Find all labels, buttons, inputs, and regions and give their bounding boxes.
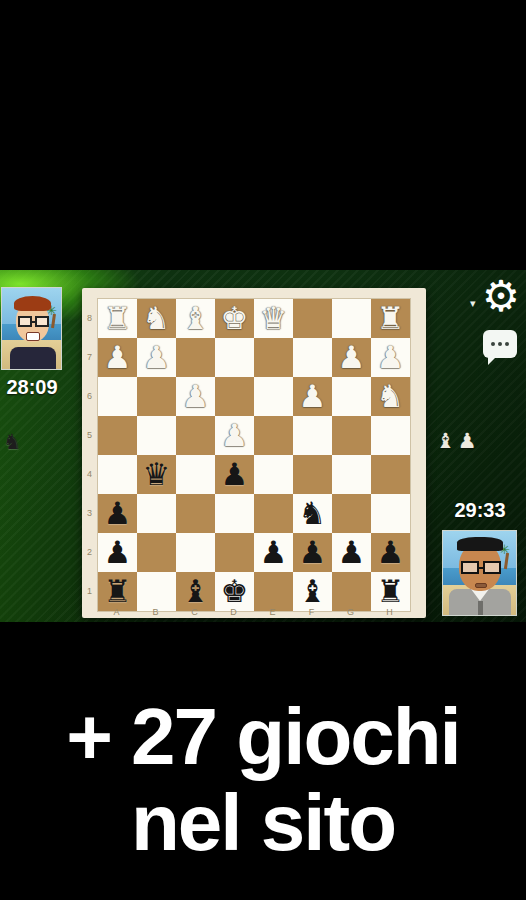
square-c3[interactable]: [176, 494, 215, 533]
piece-white-rook: ♜: [377, 299, 405, 338]
left-player-avatar[interactable]: ✳: [1, 287, 62, 370]
rank-label-4: 4: [82, 454, 97, 493]
file-label-d: D: [214, 607, 253, 618]
piece-white-knight: ♞: [377, 377, 405, 416]
square-d3[interactable]: [215, 494, 254, 533]
square-b1[interactable]: [137, 572, 176, 611]
square-a5[interactable]: [98, 416, 137, 455]
captured-black-knight: ♞: [3, 429, 22, 455]
chat-button[interactable]: [483, 330, 517, 358]
chat-dot: [498, 342, 502, 346]
square-c5[interactable]: [176, 416, 215, 455]
file-label-b: B: [136, 607, 175, 618]
piece-white-pawn: ♟: [299, 377, 327, 416]
square-f1[interactable]: ♝: [293, 572, 332, 611]
square-e8[interactable]: ♛: [254, 299, 293, 338]
square-c8[interactable]: ♝: [176, 299, 215, 338]
square-c2[interactable]: [176, 533, 215, 572]
square-c4[interactable]: [176, 455, 215, 494]
square-h8[interactable]: ♜: [371, 299, 410, 338]
square-f7[interactable]: [293, 338, 332, 377]
square-b3[interactable]: [137, 494, 176, 533]
rank-label-3: 3: [82, 493, 97, 532]
chat-bubble-tail: [488, 357, 496, 365]
settings-button[interactable]: ⚙: [481, 274, 521, 318]
right-player-avatar[interactable]: ✳: [442, 530, 517, 616]
captured-white-bishop: ♝: [436, 428, 455, 454]
square-d8[interactable]: ♚: [215, 299, 254, 338]
file-label-c: C: [175, 607, 214, 618]
glasses: [461, 561, 501, 574]
square-c6[interactable]: ♟: [176, 377, 215, 416]
square-g7[interactable]: ♟: [332, 338, 371, 377]
square-g8[interactable]: [332, 299, 371, 338]
square-e3[interactable]: [254, 494, 293, 533]
file-label-f: F: [292, 607, 331, 618]
piece-white-pawn: ♟: [338, 338, 366, 377]
square-d5[interactable]: ♟: [215, 416, 254, 455]
piece-black-pawn: ♟: [338, 533, 366, 572]
file-label-g: G: [331, 607, 370, 618]
chevron-down-icon: ▾: [470, 297, 476, 310]
square-g5[interactable]: [332, 416, 371, 455]
piece-black-king: ♚: [221, 572, 249, 611]
piece-black-pawn: ♟: [104, 533, 132, 572]
piece-black-pawn: ♟: [260, 533, 288, 572]
piece-white-knight: ♞: [143, 299, 171, 338]
right-player-clock: 29:33: [440, 499, 520, 522]
square-g1[interactable]: [332, 572, 371, 611]
piece-black-pawn: ♟: [221, 455, 249, 494]
piece-white-king: ♚: [221, 299, 249, 338]
square-d2[interactable]: [215, 533, 254, 572]
square-c7[interactable]: [176, 338, 215, 377]
square-a4[interactable]: [98, 455, 137, 494]
gear-icon: ⚙: [482, 271, 521, 321]
rank-label-5: 5: [82, 415, 97, 454]
square-a2[interactable]: ♟: [98, 533, 137, 572]
rank-label-6: 6: [82, 376, 97, 415]
square-d6[interactable]: [215, 377, 254, 416]
piece-white-pawn: ♟: [221, 416, 249, 455]
file-label-h: H: [370, 607, 409, 618]
square-f3[interactable]: ♞: [293, 494, 332, 533]
piece-white-pawn: ♟: [377, 338, 405, 377]
glasses: [18, 316, 49, 327]
square-e4[interactable]: [254, 455, 293, 494]
square-h7[interactable]: ♟: [371, 338, 410, 377]
square-h5[interactable]: [371, 416, 410, 455]
piece-black-rook: ♜: [104, 572, 132, 611]
square-b4[interactable]: ♛: [137, 455, 176, 494]
square-d4[interactable]: ♟: [215, 455, 254, 494]
square-a7[interactable]: ♟: [98, 338, 137, 377]
square-g6[interactable]: [332, 377, 371, 416]
promo-banner: + 27 giochi nel sito: [0, 694, 526, 866]
square-d7[interactable]: [215, 338, 254, 377]
file-labels: ABCDEFGH: [97, 607, 409, 618]
square-g2[interactable]: ♟: [332, 533, 371, 572]
square-e7[interactable]: [254, 338, 293, 377]
rank-label-8: 8: [82, 298, 97, 337]
rank-label-1: 1: [82, 571, 97, 610]
piece-white-queen: ♛: [260, 299, 288, 338]
captured-tray-left: ♞: [3, 429, 22, 455]
piece-black-rook: ♜: [377, 572, 405, 611]
rank-labels: 87654321: [82, 298, 97, 610]
square-f2[interactable]: ♟: [293, 533, 332, 572]
rank-label-2: 2: [82, 532, 97, 571]
square-b5[interactable]: [137, 416, 176, 455]
piece-white-rook: ♜: [104, 299, 132, 338]
piece-black-pawn: ♟: [377, 533, 405, 572]
piece-black-bishop: ♝: [182, 572, 210, 611]
file-label-e: E: [253, 607, 292, 618]
square-f4[interactable]: [293, 455, 332, 494]
square-c1[interactable]: ♝: [176, 572, 215, 611]
piece-black-pawn: ♟: [104, 494, 132, 533]
banner-line-2: nel sito: [0, 780, 526, 866]
square-f8[interactable]: [293, 299, 332, 338]
hair: [457, 537, 503, 551]
square-a8[interactable]: ♜: [98, 299, 137, 338]
square-a1[interactable]: ♜: [98, 572, 137, 611]
piece-white-pawn: ♟: [104, 338, 132, 377]
hair: [14, 296, 51, 311]
square-a3[interactable]: ♟: [98, 494, 137, 533]
left-player-clock: 28:09: [0, 376, 64, 399]
chat-dot: [491, 342, 495, 346]
captured-white-pawn: ♟: [458, 428, 477, 454]
file-label-a: A: [97, 607, 136, 618]
chat-dot: [505, 342, 509, 346]
square-h4[interactable]: [371, 455, 410, 494]
piece-white-pawn: ♟: [143, 338, 171, 377]
square-b8[interactable]: ♞: [137, 299, 176, 338]
square-b2[interactable]: [137, 533, 176, 572]
piece-black-knight: ♞: [299, 494, 327, 533]
square-e5[interactable]: [254, 416, 293, 455]
square-b6[interactable]: [137, 377, 176, 416]
piece-black-pawn: ♟: [299, 533, 327, 572]
square-h1[interactable]: ♜: [371, 572, 410, 611]
square-f5[interactable]: [293, 416, 332, 455]
square-e6[interactable]: [254, 377, 293, 416]
chess-board: ♜♞♝♚♛♜♟♟♟♟♟♟♞♟♛♟♟♞♟♟♟♟♟♜♝♚♝♜: [97, 298, 411, 612]
square-e2[interactable]: ♟: [254, 533, 293, 572]
piece-black-queen: ♛: [143, 455, 171, 494]
square-h6[interactable]: ♞: [371, 377, 410, 416]
captured-tray-right: ♝♟: [436, 428, 477, 454]
square-b7[interactable]: ♟: [137, 338, 176, 377]
rank-label-7: 7: [82, 337, 97, 376]
square-h3[interactable]: [371, 494, 410, 533]
banner-line-1: + 27 giochi: [0, 694, 526, 780]
square-e1[interactable]: [254, 572, 293, 611]
square-f6[interactable]: ♟: [293, 377, 332, 416]
square-a6[interactable]: [98, 377, 137, 416]
app-screen: ✳ 28:09 ♞ 29:33 ✳ ♝♟: [0, 0, 526, 900]
square-d1[interactable]: ♚: [215, 572, 254, 611]
square-g4[interactable]: [332, 455, 371, 494]
square-g3[interactable]: [332, 494, 371, 533]
piece-white-pawn: ♟: [182, 377, 210, 416]
square-h2[interactable]: ♟: [371, 533, 410, 572]
piece-white-bishop: ♝: [182, 299, 210, 338]
piece-black-bishop: ♝: [299, 572, 327, 611]
